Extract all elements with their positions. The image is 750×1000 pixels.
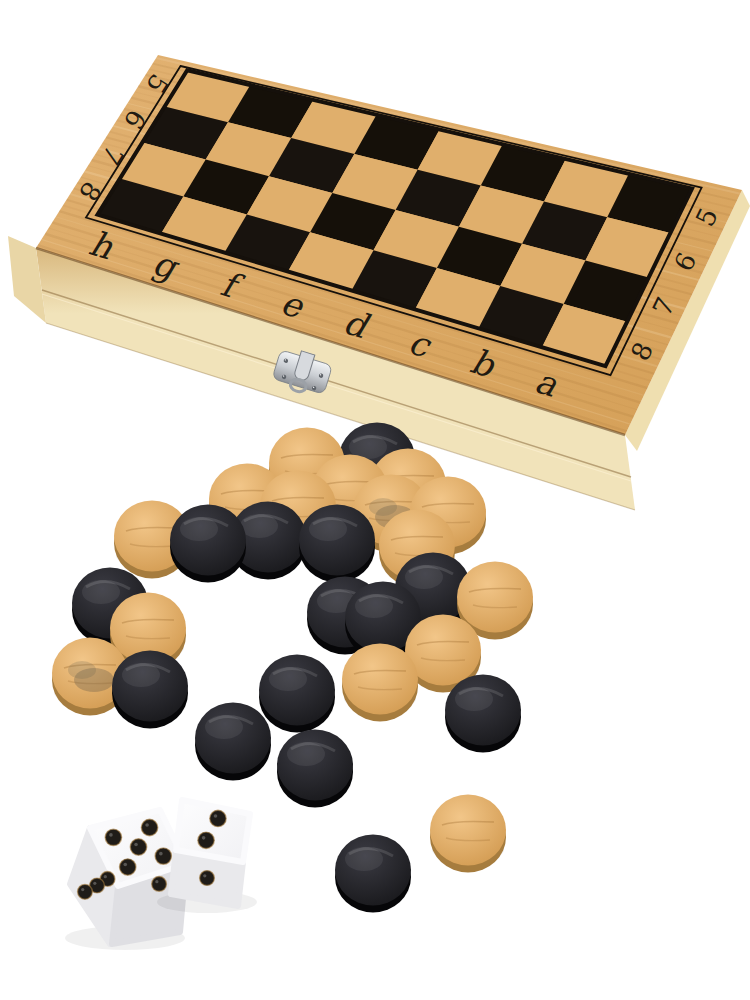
checker-wood-15 <box>430 795 506 873</box>
checker-black-9 <box>112 651 188 729</box>
checker-black-3 <box>299 505 375 583</box>
checker-black-12 <box>195 703 271 781</box>
product-photo: hgfedcba56785678 <box>0 0 750 1000</box>
checker-black-10 <box>259 655 335 733</box>
die-left <box>65 810 186 950</box>
checker-black-14 <box>335 835 411 913</box>
checker-black-13 <box>277 730 353 808</box>
scene-svg: hgfedcba56785678 <box>0 0 750 1000</box>
checker-black-11 <box>445 675 521 753</box>
checker-wood-14 <box>342 644 418 722</box>
checker-black-4 <box>170 505 246 583</box>
